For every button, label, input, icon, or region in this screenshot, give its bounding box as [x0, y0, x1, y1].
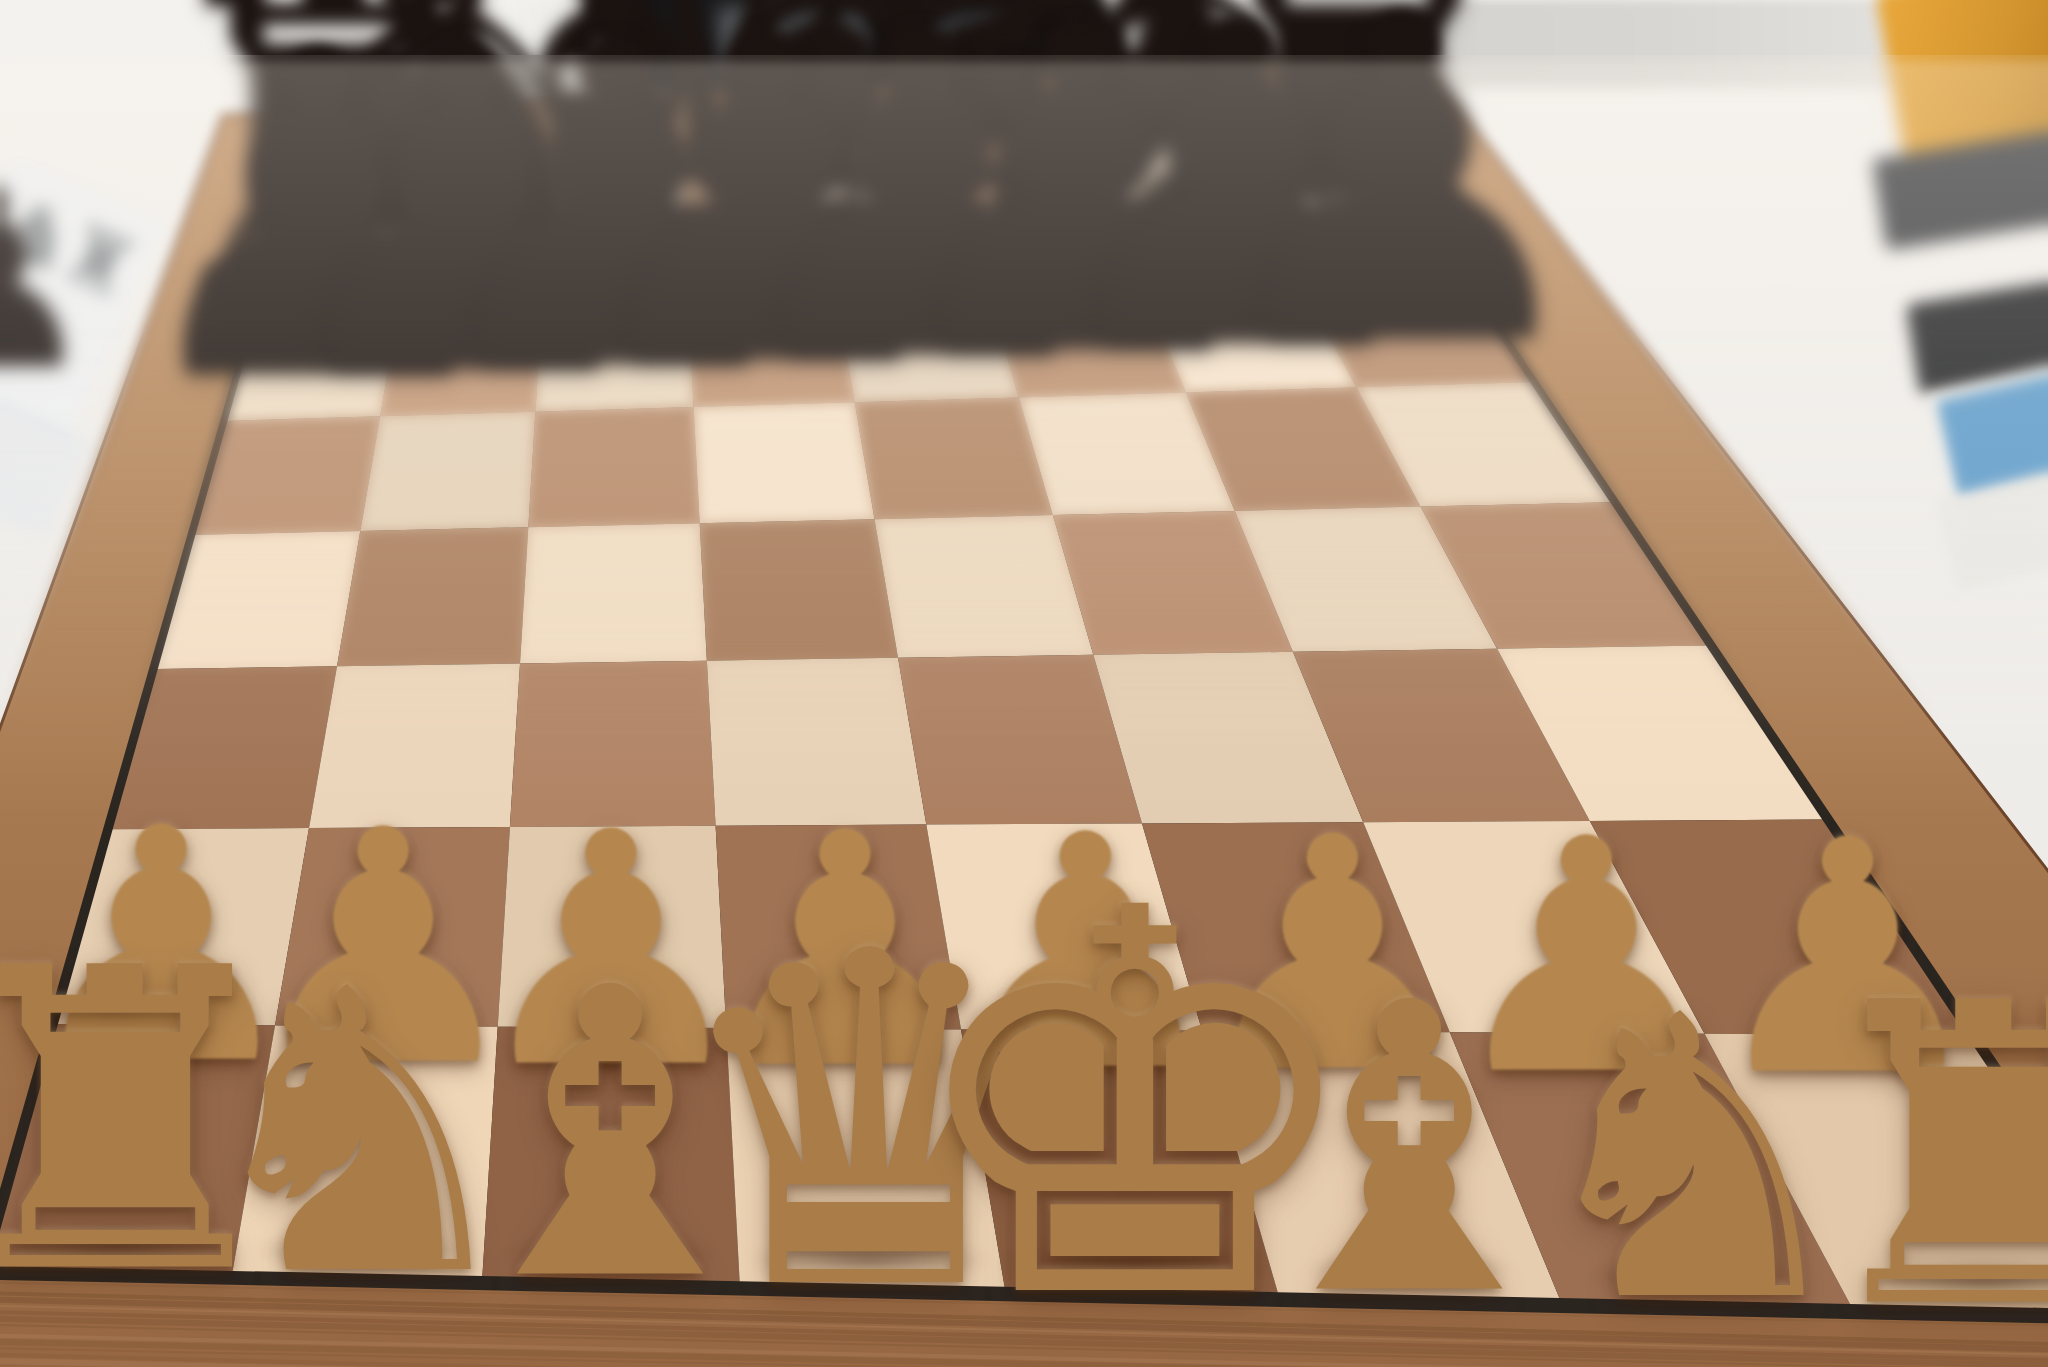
chess-board — [0, 0, 2048, 1367]
square-c7 — [542, 221, 689, 312]
square-c5 — [528, 407, 699, 527]
square-a8 — [279, 157, 425, 237]
square-d3 — [707, 658, 926, 826]
square-b6 — [380, 313, 541, 417]
square-b8 — [412, 152, 552, 233]
square-c8 — [547, 146, 684, 227]
square-d5 — [694, 402, 875, 523]
square-d2 — [716, 825, 961, 1030]
square-b3 — [309, 664, 520, 829]
square-c2 — [498, 826, 727, 1028]
square-d4 — [700, 519, 898, 661]
square-d7 — [684, 216, 838, 308]
chess-photo-scene: ♞♜ ♟ ♜♞♝♛♚♝♞♜♟♟♟♟♟♟♟♟♟♟♟♟♟♟♟♟♜♞♝♛♚♝♞♜ — [0, 0, 2048, 1367]
square-c3 — [510, 661, 716, 827]
square-b2 — [275, 827, 510, 1027]
square-b5 — [360, 412, 535, 531]
square-e6 — [838, 297, 1019, 402]
square-c1 — [482, 1027, 739, 1282]
square-d6 — [688, 302, 854, 407]
square-d1 — [726, 1028, 1004, 1287]
square-b1 — [233, 1025, 498, 1276]
square-e7 — [823, 210, 990, 302]
square-e8 — [810, 134, 964, 215]
square-e5 — [855, 397, 1053, 519]
square-b7 — [397, 227, 547, 318]
square-c6 — [535, 308, 693, 412]
square-b4 — [337, 527, 528, 666]
square-d8 — [680, 140, 823, 221]
square-a7 — [255, 232, 412, 323]
square-c4 — [520, 523, 707, 663]
square-a6 — [228, 318, 398, 421]
